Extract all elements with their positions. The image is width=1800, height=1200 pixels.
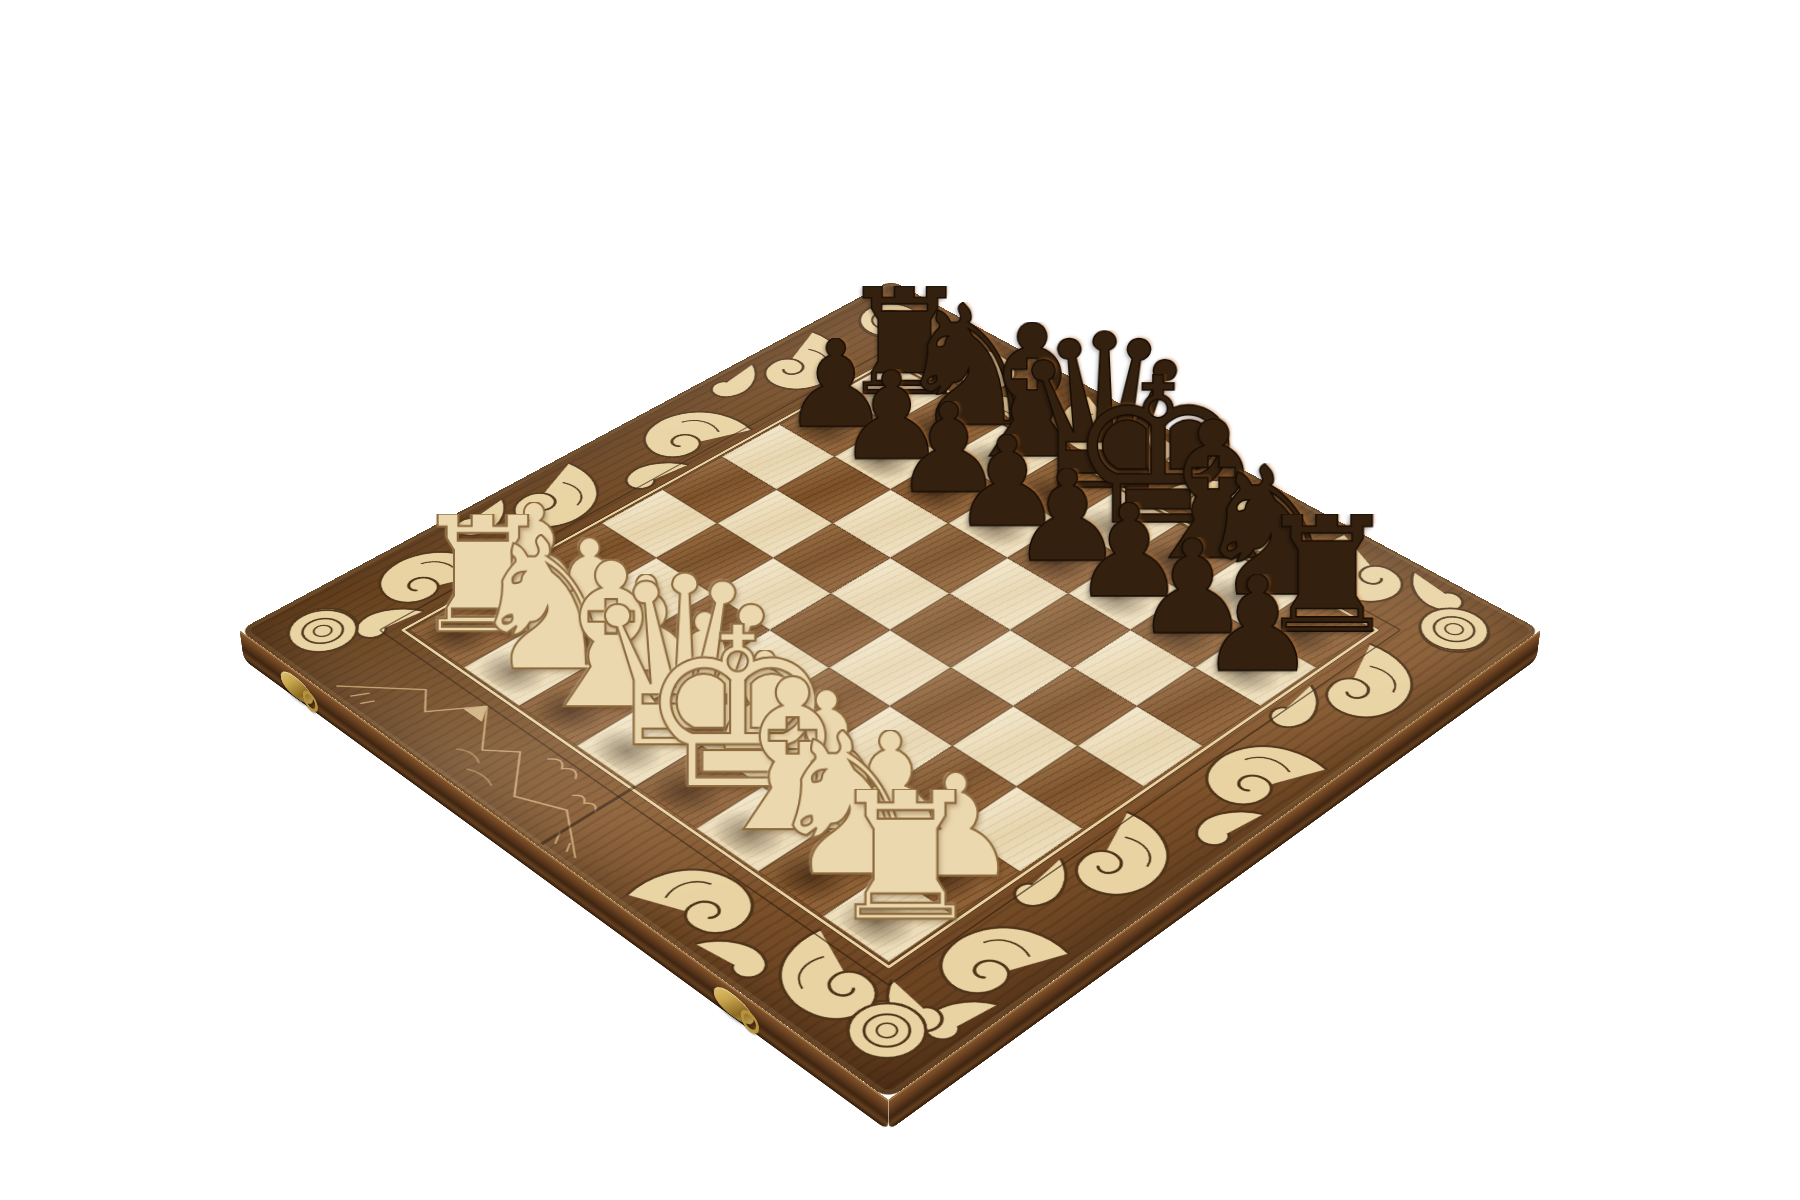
board-top-surface: ♜♞♝♛♚♝♞♜♟♟♟♟♟♟♟♟♟♟♟♟♟♟♟♟♜♞♝♛♚♝♞♜: [239, 280, 1540, 1099]
white-rook-h1[interactable]: ♜: [826, 789, 920, 927]
black-pawn-h7[interactable]: ♟: [1199, 574, 1285, 677]
product-photo-scene: ♜♞♝♛♚♝♞♜♟♟♟♟♟♟♟♟♟♟♟♟♟♟♟♟♜♞♝♛♚♝♞♜: [0, 0, 1800, 1200]
chess-board: ♜♞♝♛♚♝♞♜♟♟♟♟♟♟♟♟♟♟♟♟♟♟♟♟♜♞♝♛♚♝♞♜: [239, 280, 1540, 1099]
